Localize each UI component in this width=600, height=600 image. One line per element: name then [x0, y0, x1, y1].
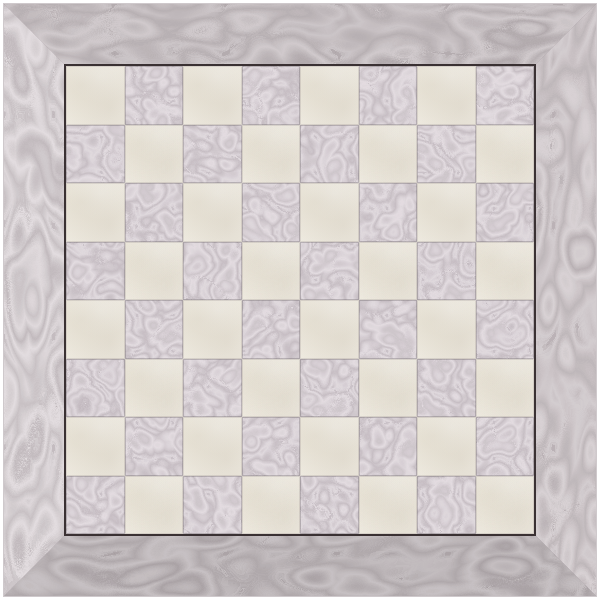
- square-b7[interactable]: [125, 125, 184, 184]
- square-d7[interactable]: [242, 125, 301, 184]
- square-d5[interactable]: [242, 242, 301, 301]
- square-b2[interactable]: [125, 417, 184, 476]
- square-e1[interactable]: [300, 476, 359, 535]
- square-d6[interactable]: [242, 183, 301, 242]
- chessboard: [4, 4, 596, 596]
- square-e3[interactable]: [300, 359, 359, 418]
- square-f1[interactable]: [359, 476, 418, 535]
- square-g4[interactable]: [417, 300, 476, 359]
- square-d8[interactable]: [242, 66, 301, 125]
- square-a7[interactable]: [66, 125, 125, 184]
- square-g6[interactable]: [417, 183, 476, 242]
- square-g5[interactable]: [417, 242, 476, 301]
- square-h4[interactable]: [476, 300, 535, 359]
- square-e4[interactable]: [300, 300, 359, 359]
- square-f7[interactable]: [359, 125, 418, 184]
- square-e6[interactable]: [300, 183, 359, 242]
- square-a4[interactable]: [66, 300, 125, 359]
- playing-area: [64, 64, 536, 536]
- square-a1[interactable]: [66, 476, 125, 535]
- square-a8[interactable]: [66, 66, 125, 125]
- square-c2[interactable]: [183, 417, 242, 476]
- square-e2[interactable]: [300, 417, 359, 476]
- square-g1[interactable]: [417, 476, 476, 535]
- square-a2[interactable]: [66, 417, 125, 476]
- square-h6[interactable]: [476, 183, 535, 242]
- square-c3[interactable]: [183, 359, 242, 418]
- square-h5[interactable]: [476, 242, 535, 301]
- square-f6[interactable]: [359, 183, 418, 242]
- squares-grid: [66, 66, 534, 534]
- square-b4[interactable]: [125, 300, 184, 359]
- product-photo: [0, 0, 600, 600]
- square-d3[interactable]: [242, 359, 301, 418]
- square-e8[interactable]: [300, 66, 359, 125]
- square-f5[interactable]: [359, 242, 418, 301]
- square-e7[interactable]: [300, 125, 359, 184]
- square-c6[interactable]: [183, 183, 242, 242]
- square-b3[interactable]: [125, 359, 184, 418]
- square-b8[interactable]: [125, 66, 184, 125]
- square-h1[interactable]: [476, 476, 535, 535]
- square-d4[interactable]: [242, 300, 301, 359]
- square-b1[interactable]: [125, 476, 184, 535]
- square-d1[interactable]: [242, 476, 301, 535]
- square-a3[interactable]: [66, 359, 125, 418]
- square-f2[interactable]: [359, 417, 418, 476]
- square-g8[interactable]: [417, 66, 476, 125]
- square-c7[interactable]: [183, 125, 242, 184]
- square-c5[interactable]: [183, 242, 242, 301]
- square-h3[interactable]: [476, 359, 535, 418]
- square-f3[interactable]: [359, 359, 418, 418]
- square-h2[interactable]: [476, 417, 535, 476]
- square-c4[interactable]: [183, 300, 242, 359]
- square-b5[interactable]: [125, 242, 184, 301]
- square-g2[interactable]: [417, 417, 476, 476]
- square-f8[interactable]: [359, 66, 418, 125]
- square-c1[interactable]: [183, 476, 242, 535]
- square-a6[interactable]: [66, 183, 125, 242]
- square-g7[interactable]: [417, 125, 476, 184]
- square-f4[interactable]: [359, 300, 418, 359]
- square-c8[interactable]: [183, 66, 242, 125]
- square-g3[interactable]: [417, 359, 476, 418]
- square-b6[interactable]: [125, 183, 184, 242]
- square-h8[interactable]: [476, 66, 535, 125]
- square-d2[interactable]: [242, 417, 301, 476]
- square-e5[interactable]: [300, 242, 359, 301]
- square-a5[interactable]: [66, 242, 125, 301]
- square-h7[interactable]: [476, 125, 535, 184]
